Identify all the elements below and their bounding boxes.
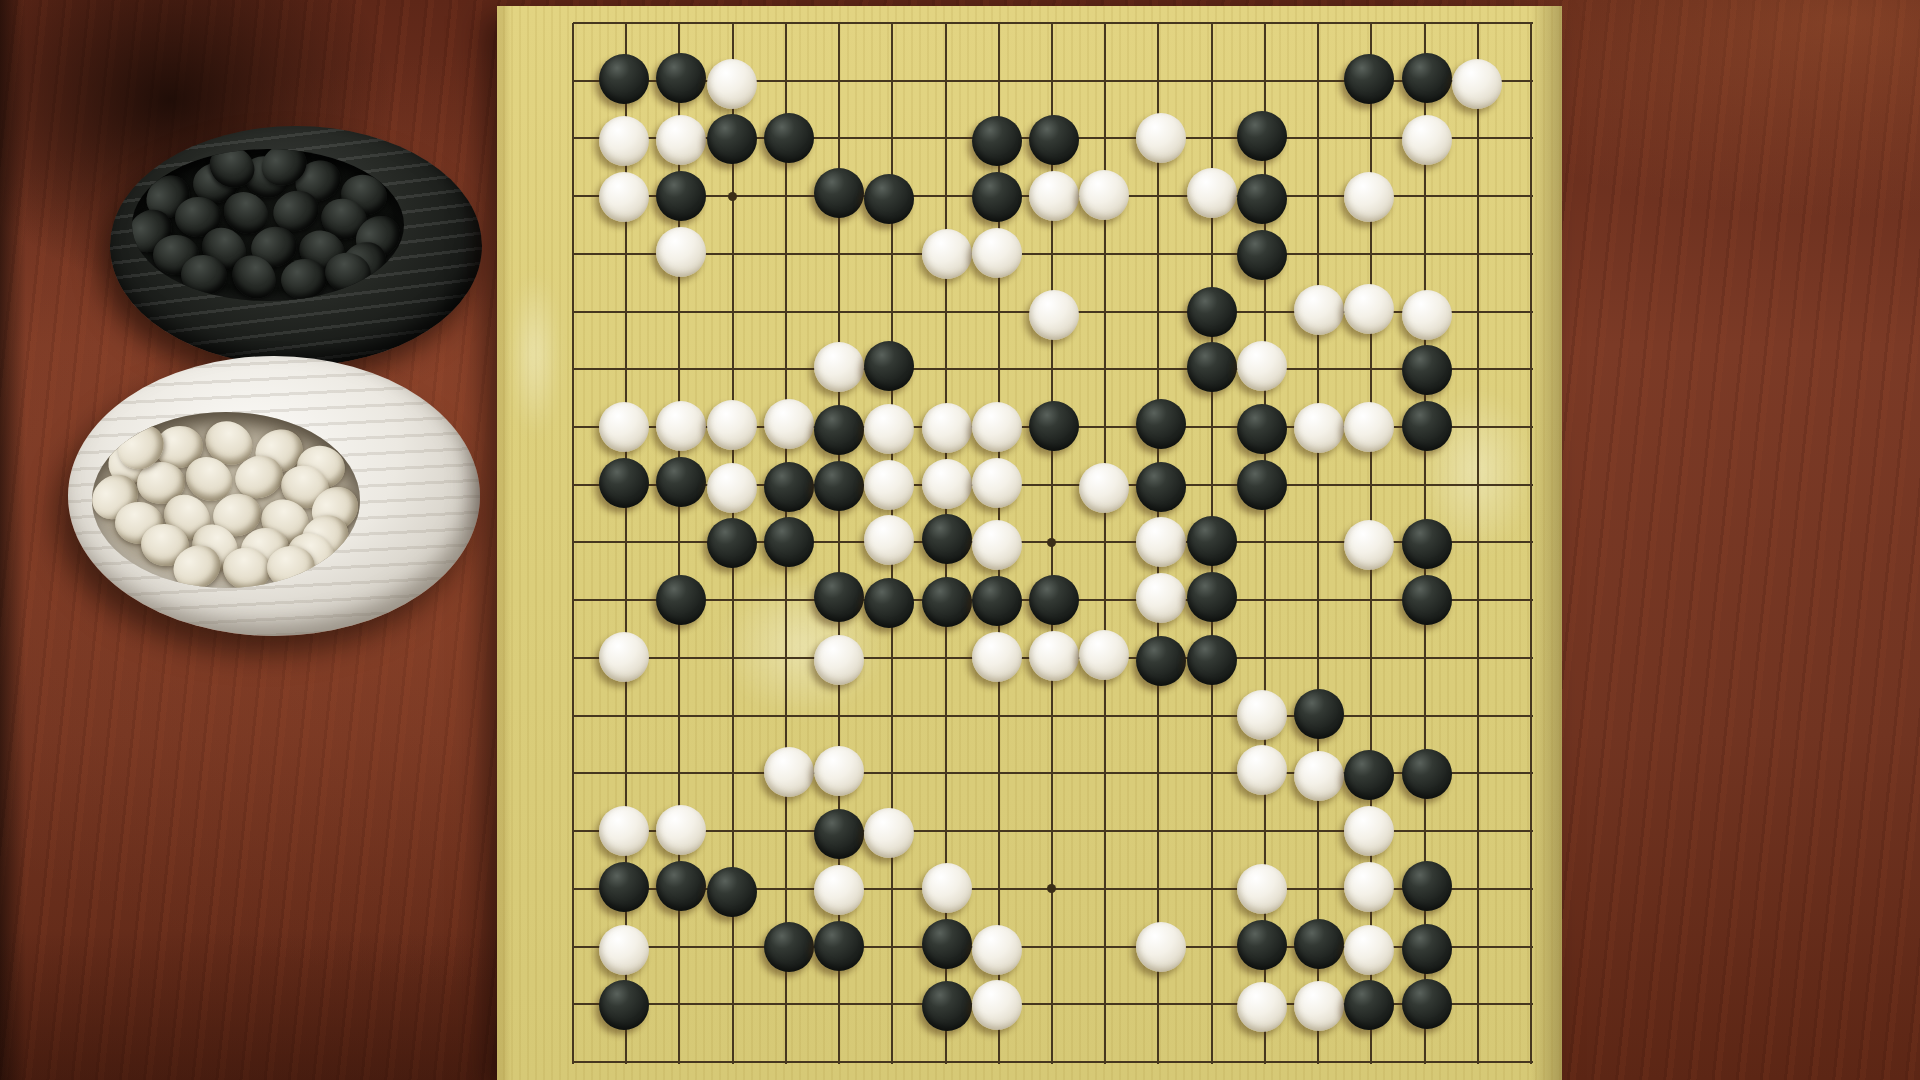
- star-point: [1047, 538, 1056, 547]
- go-game-photo: { "game": "go", "scene": "Overhead photo…: [0, 0, 1920, 1080]
- black-stone: ●: [1402, 924, 1452, 974]
- black-stone: ●: [599, 980, 649, 1030]
- black-stone: ●: [1402, 575, 1452, 625]
- black-stone: ●: [656, 53, 706, 103]
- white-stone: ○: [1294, 403, 1344, 453]
- white-stone: ○: [1136, 113, 1186, 163]
- white-stone: ○: [599, 806, 649, 856]
- black-stone: ●: [814, 168, 864, 218]
- white-stone: ○: [922, 229, 972, 279]
- white-stone: ○: [1237, 864, 1287, 914]
- black-stone: ●: [656, 861, 706, 911]
- black-stone: ●: [1402, 861, 1452, 911]
- white-stone: ○: [1237, 690, 1287, 740]
- white-bowl-opening: [92, 412, 360, 588]
- white-stone: ○: [1079, 630, 1129, 680]
- black-stone: ●: [1294, 689, 1344, 739]
- black-stone-bowl: [110, 126, 482, 366]
- black-stone: ●: [1237, 404, 1287, 454]
- black-stone: ●: [1402, 979, 1452, 1029]
- black-stone: ●: [1136, 399, 1186, 449]
- black-stone: ●: [707, 867, 757, 917]
- black-stone: ●: [1029, 115, 1079, 165]
- white-stone: ○: [1344, 520, 1394, 570]
- black-stone: ●: [1402, 345, 1452, 395]
- table-bottom-shadow: [0, 930, 520, 1080]
- black-stone: ●: [1136, 462, 1186, 512]
- white-stone: ○: [764, 399, 814, 449]
- black-stone: ●: [764, 517, 814, 567]
- white-stone: ○: [1136, 922, 1186, 972]
- black-stone: ●: [1029, 575, 1079, 625]
- white-stone: ○: [1294, 285, 1344, 335]
- black-stone: ●: [599, 54, 649, 104]
- black-stone: ●: [764, 462, 814, 512]
- white-stone: ○: [1079, 463, 1129, 513]
- black-stone: ●: [1237, 174, 1287, 224]
- white-stone: ○: [1029, 290, 1079, 340]
- black-stone: ●: [1237, 230, 1287, 280]
- white-stone: ○: [1237, 745, 1287, 795]
- black-stone: ●: [1136, 636, 1186, 686]
- white-stone: ○: [656, 227, 706, 277]
- black-stone: ●: [814, 461, 864, 511]
- black-stone: ●: [1294, 919, 1344, 969]
- grid-line-vertical: [1530, 23, 1532, 1064]
- black-stone: ●: [864, 174, 914, 224]
- grid-line-horizontal: [573, 253, 1533, 255]
- grid-line-horizontal: [573, 22, 1533, 24]
- black-stone: ●: [864, 578, 914, 628]
- black-stone: ●: [922, 919, 972, 969]
- black-stone: ●: [1402, 53, 1452, 103]
- black-stone: ●: [707, 114, 757, 164]
- white-stone: ○: [1344, 862, 1394, 912]
- black-stone: ●: [1402, 749, 1452, 799]
- white-stone: ○: [972, 458, 1022, 508]
- black-stone: ●: [1187, 342, 1237, 392]
- grid-line-vertical: [1477, 23, 1479, 1064]
- black-stone: ●: [922, 981, 972, 1031]
- white-stone: ○: [1344, 402, 1394, 452]
- black-bowl-opening: [132, 149, 404, 301]
- white-stone: ○: [1237, 982, 1287, 1032]
- white-stone: ○: [1344, 806, 1394, 856]
- white-stone: ○: [814, 635, 864, 685]
- black-stone: ●: [1187, 635, 1237, 685]
- grid-line-horizontal: [573, 715, 1533, 717]
- black-stone: ●: [1344, 54, 1394, 104]
- black-stone: ●: [656, 457, 706, 507]
- white-stone: ○: [1294, 981, 1344, 1031]
- white-stone: ○: [864, 515, 914, 565]
- white-stone: ○: [814, 865, 864, 915]
- grid-line-horizontal: [573, 368, 1533, 370]
- black-stone: ●: [814, 921, 864, 971]
- black-stone: ●: [972, 576, 1022, 626]
- white-stone: ○: [1029, 631, 1079, 681]
- black-stone: ●: [656, 575, 706, 625]
- star-point: [728, 192, 737, 201]
- black-stone: ●: [922, 577, 972, 627]
- black-stone: ●: [814, 405, 864, 455]
- white-stone: ○: [1344, 172, 1394, 222]
- white-stone: ○: [599, 632, 649, 682]
- black-stone: ●: [864, 341, 914, 391]
- white-stone: ○: [1452, 59, 1502, 109]
- white-stone: ○: [922, 403, 972, 453]
- white-stone: ○: [1237, 341, 1287, 391]
- white-stone: ○: [599, 925, 649, 975]
- white-stone: ○: [1136, 517, 1186, 567]
- black-stone: ●: [1029, 401, 1079, 451]
- black-stone: ●: [599, 862, 649, 912]
- white-stone: ○: [864, 808, 914, 858]
- white-stone: ○: [1402, 290, 1452, 340]
- black-stone: ●: [1402, 519, 1452, 569]
- black-stone: ●: [764, 113, 814, 163]
- board-glare: [500, 240, 570, 470]
- white-stone: ○: [1344, 284, 1394, 334]
- black-stone: ●: [1344, 750, 1394, 800]
- black-stone: ●: [1344, 980, 1394, 1030]
- white-stone: ○: [972, 228, 1022, 278]
- white-stone: ○: [656, 115, 706, 165]
- black-stone: ●: [922, 514, 972, 564]
- white-stone: ○: [1344, 925, 1394, 975]
- white-stone: ○: [972, 402, 1022, 452]
- white-stone: ○: [599, 172, 649, 222]
- go-board: ●●○●●○○○●●●●○●○○●●●●○○○●○○○○●○●○○○○●●○●○…: [497, 6, 1562, 1080]
- black-stone: ●: [1187, 572, 1237, 622]
- white-stone: ○: [1402, 115, 1452, 165]
- white-stone: ○: [1029, 171, 1079, 221]
- black-stone: ●: [972, 116, 1022, 166]
- star-point: [1047, 884, 1056, 893]
- white-stone-bowl: [68, 356, 480, 636]
- white-stone: ○: [707, 400, 757, 450]
- black-stone: ●: [972, 172, 1022, 222]
- white-stone: ○: [864, 460, 914, 510]
- black-stone: ●: [814, 572, 864, 622]
- white-stone: ○: [814, 342, 864, 392]
- black-stone: ●: [599, 458, 649, 508]
- white-stone: ○: [922, 863, 972, 913]
- black-stone: ●: [1237, 920, 1287, 970]
- white-stone: ○: [972, 925, 1022, 975]
- white-stone: ○: [972, 520, 1022, 570]
- white-stone: ○: [972, 980, 1022, 1030]
- black-stone: ●: [764, 922, 814, 972]
- white-stone: ○: [599, 402, 649, 452]
- white-stone: ○: [707, 463, 757, 513]
- white-stone: ○: [656, 805, 706, 855]
- grid-line-horizontal: [573, 1061, 1533, 1063]
- black-stone: ●: [656, 171, 706, 221]
- black-stone: ●: [1187, 287, 1237, 337]
- white-stone: ○: [1294, 751, 1344, 801]
- white-stone: ○: [922, 459, 972, 509]
- white-stone: ○: [972, 632, 1022, 682]
- black-stone: ●: [1402, 401, 1452, 451]
- table-edge-shadow: [0, 0, 26, 1080]
- white-stone: ○: [814, 746, 864, 796]
- white-stone: ○: [864, 404, 914, 454]
- white-stone: ○: [656, 401, 706, 451]
- white-stone: ○: [1136, 573, 1186, 623]
- white-stone: ○: [1079, 170, 1129, 220]
- white-stone: ○: [707, 59, 757, 109]
- black-stone: ●: [1187, 516, 1237, 566]
- white-stone: ○: [764, 747, 814, 797]
- grid-line-vertical: [572, 23, 574, 1064]
- grid-line-vertical: [1317, 23, 1319, 1064]
- black-stone: ●: [1237, 460, 1287, 510]
- white-stone: ○: [599, 116, 649, 166]
- white-stone: ○: [1187, 168, 1237, 218]
- black-stone: ●: [707, 518, 757, 568]
- black-stone: ●: [814, 809, 864, 859]
- black-stone: ●: [1237, 111, 1287, 161]
